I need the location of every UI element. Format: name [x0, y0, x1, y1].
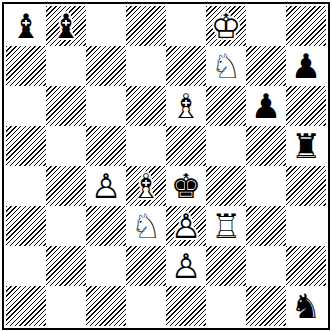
- square-e7[interactable]: [166, 46, 206, 86]
- square-a5[interactable]: [6, 126, 46, 166]
- piece-white-pawn: ♙: [166, 206, 206, 246]
- square-b4[interactable]: [46, 166, 86, 206]
- square-g4[interactable]: [246, 166, 286, 206]
- square-h1[interactable]: ♞♞: [286, 286, 326, 326]
- chess-diagram: ♝♝♝♝♚♔♞♘♟♟♝♗♟♟♜♜♟♙♝♗♚♚♞♘♟♙♜♖♟♙♞♞: [0, 0, 332, 332]
- piece-black-king: ♚: [166, 166, 206, 206]
- square-e5[interactable]: [166, 126, 206, 166]
- square-b2[interactable]: [46, 246, 86, 286]
- square-h7[interactable]: ♟♟: [286, 46, 326, 86]
- square-h4[interactable]: [286, 166, 326, 206]
- square-f7[interactable]: ♞♘: [206, 46, 246, 86]
- square-e2[interactable]: ♟♙: [166, 246, 206, 286]
- square-e6[interactable]: ♝♗: [166, 86, 206, 126]
- piece-white-pawn: ♙: [166, 246, 206, 286]
- square-g7[interactable]: [246, 46, 286, 86]
- square-c5[interactable]: [86, 126, 126, 166]
- piece-white-knight: ♘: [206, 46, 246, 86]
- piece-black-pawn: ♟: [246, 86, 286, 126]
- square-h2[interactable]: [286, 246, 326, 286]
- square-d6[interactable]: [126, 86, 166, 126]
- square-e4[interactable]: ♚♚: [166, 166, 206, 206]
- square-d7[interactable]: [126, 46, 166, 86]
- piece-black-rook: ♜: [286, 126, 326, 166]
- piece-black-bishop: ♝: [46, 6, 86, 46]
- square-a4[interactable]: [6, 166, 46, 206]
- square-g3[interactable]: [246, 206, 286, 246]
- square-b1[interactable]: [46, 286, 86, 326]
- square-d5[interactable]: [126, 126, 166, 166]
- square-h8[interactable]: [286, 6, 326, 46]
- square-e8[interactable]: [166, 6, 206, 46]
- square-g2[interactable]: [246, 246, 286, 286]
- square-d3[interactable]: ♞♘: [126, 206, 166, 246]
- square-b6[interactable]: [46, 86, 86, 126]
- square-f2[interactable]: [206, 246, 246, 286]
- piece-white-king: ♔: [206, 6, 246, 46]
- square-c1[interactable]: [86, 286, 126, 326]
- square-a2[interactable]: [6, 246, 46, 286]
- square-a6[interactable]: [6, 86, 46, 126]
- square-b8[interactable]: ♝♝: [46, 6, 86, 46]
- piece-white-pawn: ♙: [86, 166, 126, 206]
- square-b7[interactable]: [46, 46, 86, 86]
- square-c8[interactable]: [86, 6, 126, 46]
- square-f8[interactable]: ♚♔: [206, 6, 246, 46]
- piece-black-bishop: ♝: [6, 6, 46, 46]
- square-h6[interactable]: [286, 86, 326, 126]
- square-d1[interactable]: [126, 286, 166, 326]
- square-b3[interactable]: [46, 206, 86, 246]
- square-a1[interactable]: [6, 286, 46, 326]
- square-f4[interactable]: [206, 166, 246, 206]
- piece-white-bishop: ♗: [166, 86, 206, 126]
- square-d2[interactable]: [126, 246, 166, 286]
- square-g1[interactable]: [246, 286, 286, 326]
- square-c2[interactable]: [86, 246, 126, 286]
- square-e1[interactable]: [166, 286, 206, 326]
- square-g8[interactable]: [246, 6, 286, 46]
- square-f3[interactable]: ♜♖: [206, 206, 246, 246]
- square-h3[interactable]: [286, 206, 326, 246]
- square-a3[interactable]: [6, 206, 46, 246]
- piece-white-rook: ♖: [206, 206, 246, 246]
- square-c3[interactable]: [86, 206, 126, 246]
- square-f5[interactable]: [206, 126, 246, 166]
- square-g6[interactable]: ♟♟: [246, 86, 286, 126]
- square-a7[interactable]: [6, 46, 46, 86]
- square-d4[interactable]: ♝♗: [126, 166, 166, 206]
- piece-white-knight: ♘: [126, 206, 166, 246]
- square-h5[interactable]: ♜♜: [286, 126, 326, 166]
- piece-black-pawn: ♟: [286, 46, 326, 86]
- square-f6[interactable]: [206, 86, 246, 126]
- piece-white-bishop: ♗: [126, 166, 166, 206]
- square-c4[interactable]: ♟♙: [86, 166, 126, 206]
- square-d8[interactable]: [126, 6, 166, 46]
- square-f1[interactable]: [206, 286, 246, 326]
- chessboard: ♝♝♝♝♚♔♞♘♟♟♝♗♟♟♜♜♟♙♝♗♚♚♞♘♟♙♜♖♟♙♞♞: [6, 6, 326, 326]
- square-c6[interactable]: [86, 86, 126, 126]
- piece-black-knight: ♞: [286, 286, 326, 326]
- square-e3[interactable]: ♟♙: [166, 206, 206, 246]
- square-b5[interactable]: [46, 126, 86, 166]
- square-g5[interactable]: [246, 126, 286, 166]
- square-a8[interactable]: ♝♝: [6, 6, 46, 46]
- square-c7[interactable]: [86, 46, 126, 86]
